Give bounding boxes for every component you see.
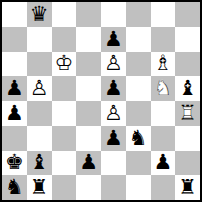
white-pawn: ♟♙ xyxy=(27,76,52,101)
square-g5[interactable]: ♞♘ xyxy=(151,76,176,101)
square-b7[interactable] xyxy=(27,27,52,52)
square-b5[interactable]: ♟♙ xyxy=(27,76,52,101)
square-c4[interactable] xyxy=(52,101,77,126)
piece-glyph: ♝ xyxy=(27,151,52,176)
black-pawn: ♟ xyxy=(151,151,176,176)
square-a7[interactable] xyxy=(2,27,27,52)
square-b1[interactable]: ♜ xyxy=(27,175,52,200)
square-b3[interactable] xyxy=(27,126,52,151)
square-b4[interactable] xyxy=(27,101,52,126)
square-h1[interactable]: ♜ xyxy=(175,175,200,200)
square-c8[interactable] xyxy=(52,2,77,27)
piece-outline-layer: ♙ xyxy=(27,76,52,101)
piece-glyph: ♚ xyxy=(2,151,27,176)
square-b6[interactable] xyxy=(27,52,52,77)
square-a1[interactable]: ♞ xyxy=(2,175,27,200)
piece-glyph: ♟ xyxy=(76,151,101,176)
square-c7[interactable] xyxy=(52,27,77,52)
square-c1[interactable] xyxy=(52,175,77,200)
white-king: ♚♔ xyxy=(52,52,77,77)
piece-outline-layer: ♔ xyxy=(52,52,77,77)
piece-outline-layer: ♗ xyxy=(151,52,176,77)
square-e7[interactable]: ♟ xyxy=(101,27,126,52)
black-king: ♚ xyxy=(2,151,27,176)
square-h7[interactable] xyxy=(175,27,200,52)
square-f8[interactable] xyxy=(126,2,151,27)
square-c6[interactable]: ♚♔ xyxy=(52,52,77,77)
square-h4[interactable]: ♜♖ xyxy=(175,101,200,126)
piece-glyph: ♛ xyxy=(27,2,52,27)
black-rook: ♜ xyxy=(175,175,200,200)
piece-glyph: ♟ xyxy=(101,27,126,52)
square-f4[interactable] xyxy=(126,101,151,126)
white-knight: ♞♘ xyxy=(151,76,176,101)
square-d1[interactable] xyxy=(76,175,101,200)
piece-glyph: ♟ xyxy=(101,126,126,151)
square-f5[interactable] xyxy=(126,76,151,101)
piece-outline-layer: ♙ xyxy=(101,101,126,126)
square-d4[interactable] xyxy=(76,101,101,126)
square-d6[interactable] xyxy=(76,52,101,77)
white-bishop: ♝♗ xyxy=(151,52,176,77)
square-e5[interactable]: ♟ xyxy=(101,76,126,101)
square-g3[interactable] xyxy=(151,126,176,151)
square-f7[interactable] xyxy=(126,27,151,52)
square-e1[interactable] xyxy=(101,175,126,200)
square-f1[interactable] xyxy=(126,175,151,200)
chess-board-frame: ♛♟♚♔♟♙♝♗♟♟♙♟♞♘♝♟♟♙♜♖♟♞♚♝♟♟♞♜♜ xyxy=(0,0,202,202)
white-pawn: ♟♙ xyxy=(101,52,126,77)
black-rook: ♜ xyxy=(27,175,52,200)
square-h6[interactable] xyxy=(175,52,200,77)
piece-glyph: ♝ xyxy=(175,76,200,101)
black-bishop: ♝ xyxy=(175,76,200,101)
square-f2[interactable] xyxy=(126,151,151,176)
piece-glyph: ♟ xyxy=(151,151,176,176)
square-d5[interactable] xyxy=(76,76,101,101)
piece-outline-layer: ♘ xyxy=(151,76,176,101)
piece-glyph: ♜ xyxy=(27,175,52,200)
square-g6[interactable]: ♝♗ xyxy=(151,52,176,77)
piece-glyph: ♟ xyxy=(2,101,27,126)
square-h3[interactable] xyxy=(175,126,200,151)
square-a8[interactable] xyxy=(2,2,27,27)
square-e4[interactable]: ♟♙ xyxy=(101,101,126,126)
square-c3[interactable] xyxy=(52,126,77,151)
square-d2[interactable]: ♟ xyxy=(76,151,101,176)
white-pawn: ♟♙ xyxy=(101,101,126,126)
piece-outline-layer: ♙ xyxy=(101,52,126,77)
black-knight: ♞ xyxy=(126,126,151,151)
square-h2[interactable] xyxy=(175,151,200,176)
piece-glyph: ♞ xyxy=(126,126,151,151)
piece-glyph: ♟ xyxy=(2,76,27,101)
black-queen: ♛ xyxy=(27,2,52,27)
black-pawn: ♟ xyxy=(76,151,101,176)
square-g8[interactable] xyxy=(151,2,176,27)
piece-glyph: ♟ xyxy=(101,76,126,101)
black-pawn: ♟ xyxy=(101,126,126,151)
black-pawn: ♟ xyxy=(2,101,27,126)
square-e2[interactable] xyxy=(101,151,126,176)
piece-glyph: ♜ xyxy=(175,175,200,200)
square-a4[interactable]: ♟ xyxy=(2,101,27,126)
black-pawn: ♟ xyxy=(2,76,27,101)
black-knight: ♞ xyxy=(2,175,27,200)
square-a2[interactable]: ♚ xyxy=(2,151,27,176)
square-g2[interactable]: ♟ xyxy=(151,151,176,176)
square-e6[interactable]: ♟♙ xyxy=(101,52,126,77)
square-d7[interactable] xyxy=(76,27,101,52)
square-g7[interactable] xyxy=(151,27,176,52)
square-a6[interactable] xyxy=(2,52,27,77)
black-bishop: ♝ xyxy=(27,151,52,176)
square-c5[interactable] xyxy=(52,76,77,101)
square-f3[interactable]: ♞ xyxy=(126,126,151,151)
black-pawn: ♟ xyxy=(101,76,126,101)
square-a5[interactable]: ♟ xyxy=(2,76,27,101)
square-d3[interactable] xyxy=(76,126,101,151)
square-h5[interactable]: ♝ xyxy=(175,76,200,101)
white-rook: ♜♖ xyxy=(175,101,200,126)
square-b2[interactable]: ♝ xyxy=(27,151,52,176)
square-e8[interactable] xyxy=(101,2,126,27)
square-f6[interactable] xyxy=(126,52,151,77)
chess-board: ♛♟♚♔♟♙♝♗♟♟♙♟♞♘♝♟♟♙♜♖♟♞♚♝♟♟♞♜♜ xyxy=(2,2,200,200)
square-g4[interactable] xyxy=(151,101,176,126)
square-d8[interactable] xyxy=(76,2,101,27)
square-b8[interactable]: ♛ xyxy=(27,2,52,27)
square-g1[interactable] xyxy=(151,175,176,200)
square-h8[interactable] xyxy=(175,2,200,27)
square-a3[interactable] xyxy=(2,126,27,151)
square-e3[interactable]: ♟ xyxy=(101,126,126,151)
piece-glyph: ♞ xyxy=(2,175,27,200)
black-pawn: ♟ xyxy=(101,27,126,52)
square-c2[interactable] xyxy=(52,151,77,176)
piece-outline-layer: ♖ xyxy=(175,101,200,126)
